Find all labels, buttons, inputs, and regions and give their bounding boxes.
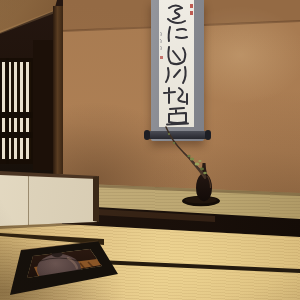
alcove-side-panel [33,40,53,170]
branch-leaves [168,133,207,174]
shoji-window [0,58,33,164]
red-seal [190,11,193,15]
red-seal [160,56,163,59]
red-seal [190,4,193,8]
shoji-rail [0,132,33,138]
alcove-bay [0,0,63,174]
wood-post [53,6,63,174]
branch-arrangement [148,116,212,182]
tea-room-photo: 為仁風以樹直 [0,0,300,300]
sunken-hearth [0,235,125,300]
shoji-stile [6,58,9,164]
shoji-rail [0,112,33,118]
